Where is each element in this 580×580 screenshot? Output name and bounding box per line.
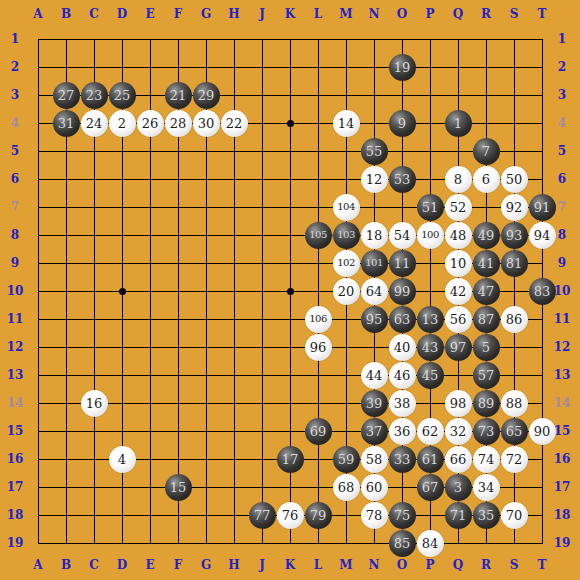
col-label-top-S: S: [510, 7, 519, 21]
row-label-right-7: 7: [558, 200, 566, 214]
row-label-right-15: 15: [554, 424, 571, 438]
row-label-right-13: 13: [554, 368, 571, 382]
row-label-left-3: 3: [11, 88, 19, 102]
row-label-left-17: 17: [7, 480, 24, 494]
col-label-top-L: L: [314, 7, 322, 21]
row-label-left-19: 19: [7, 536, 24, 550]
col-label-top-N: N: [369, 7, 380, 21]
stone-R16-move-74: 74: [473, 446, 500, 473]
stone-M8-move-103: 103: [333, 222, 360, 249]
stone-O12-move-40: 40: [389, 334, 416, 361]
stone-N13-move-44: 44: [361, 362, 388, 389]
row-label-right-1: 1: [558, 32, 566, 46]
row-label-left-9: 9: [11, 256, 19, 270]
col-label-top-G: G: [201, 7, 211, 21]
row-label-right-2: 2: [558, 60, 566, 74]
stone-N5-move-55: 55: [361, 138, 388, 165]
stone-O2-move-19: 19: [389, 54, 416, 81]
stone-Q16-move-66: 66: [445, 446, 472, 473]
stone-Q6-move-8: 8: [445, 166, 472, 193]
row-label-right-8: 8: [558, 228, 566, 242]
col-label-bottom-H: H: [228, 558, 239, 572]
stone-G3-move-29: 29: [193, 82, 220, 109]
row-label-left-12: 12: [7, 340, 24, 354]
row-label-right-11: 11: [554, 312, 571, 326]
stone-M16-move-59: 59: [333, 446, 360, 473]
stone-R12-move-5: 5: [473, 334, 500, 361]
stone-M17-move-68: 68: [333, 474, 360, 501]
stone-O4-move-9: 9: [389, 110, 416, 137]
stone-O6-move-53: 53: [389, 166, 416, 193]
stone-P13-move-45: 45: [417, 362, 444, 389]
stone-Q12-move-97: 97: [445, 334, 472, 361]
stone-T8-move-94: 94: [529, 222, 556, 249]
stone-T10-move-83: 83: [529, 278, 556, 305]
stone-N16-move-58: 58: [361, 446, 388, 473]
row-label-left-5: 5: [11, 144, 19, 158]
col-label-bottom-C: C: [89, 558, 99, 572]
col-label-top-T: T: [538, 7, 547, 21]
stone-R13-move-57: 57: [473, 362, 500, 389]
row-label-right-6: 6: [558, 172, 566, 186]
row-label-left-4: 4: [11, 116, 19, 130]
col-label-bottom-J: J: [259, 558, 265, 572]
stone-S15-move-65: 65: [501, 418, 528, 445]
star-point-K10: [287, 288, 294, 295]
stone-N17-move-60: 60: [361, 474, 388, 501]
col-label-top-R: R: [481, 7, 491, 21]
col-label-bottom-D: D: [117, 558, 127, 572]
stone-L15-move-69: 69: [305, 418, 332, 445]
stone-O10-move-99: 99: [389, 278, 416, 305]
col-label-bottom-N: N: [369, 558, 380, 572]
stone-P11-move-13: 13: [417, 306, 444, 333]
stone-P19-move-84: 84: [417, 530, 444, 557]
stone-O9-move-11: 11: [389, 250, 416, 277]
row-label-left-10: 10: [7, 284, 24, 298]
col-label-bottom-A: A: [33, 558, 42, 572]
stone-S7-move-92: 92: [501, 194, 528, 221]
row-label-left-1: 1: [11, 32, 19, 46]
col-label-bottom-R: R: [481, 558, 491, 572]
row-label-left-6: 6: [11, 172, 19, 186]
stone-L12-move-96: 96: [305, 334, 332, 361]
row-label-right-10: 10: [554, 284, 571, 298]
stone-T15-move-90: 90: [529, 418, 556, 445]
stone-P17-move-67: 67: [417, 474, 444, 501]
stone-P8-move-100: 100: [417, 222, 444, 249]
row-label-left-11: 11: [7, 312, 24, 326]
col-label-bottom-F: F: [174, 558, 183, 572]
col-label-bottom-B: B: [61, 558, 71, 572]
stone-M10-move-20: 20: [333, 278, 360, 305]
stone-S8-move-93: 93: [501, 222, 528, 249]
row-label-left-15: 15: [7, 424, 24, 438]
stone-R9-move-41: 41: [473, 250, 500, 277]
col-label-top-J: J: [259, 7, 265, 21]
stone-P16-move-61: 61: [417, 446, 444, 473]
col-label-top-A: A: [33, 7, 42, 21]
stone-Q7-move-52: 52: [445, 194, 472, 221]
stone-R11-move-87: 87: [473, 306, 500, 333]
row-label-right-4: 4: [558, 116, 566, 130]
row-label-left-13: 13: [7, 368, 24, 382]
col-label-top-Q: Q: [453, 7, 463, 21]
stone-L11-move-106: 106: [305, 306, 332, 333]
stone-D4-move-2: 2: [109, 110, 136, 137]
col-label-bottom-M: M: [339, 558, 352, 572]
stone-S16-move-72: 72: [501, 446, 528, 473]
stone-K18-move-76: 76: [277, 502, 304, 529]
star-point-K4: [287, 120, 294, 127]
stone-Q8-move-48: 48: [445, 222, 472, 249]
stone-B4-move-31: 31: [53, 110, 80, 137]
stone-O8-move-54: 54: [389, 222, 416, 249]
stone-Q15-move-32: 32: [445, 418, 472, 445]
row-label-left-7: 7: [11, 200, 19, 214]
stone-N6-move-12: 12: [361, 166, 388, 193]
stone-C3-move-23: 23: [81, 82, 108, 109]
stone-C4-move-24: 24: [81, 110, 108, 137]
stone-O15-move-36: 36: [389, 418, 416, 445]
col-label-top-O: O: [397, 7, 407, 21]
stone-R14-move-89: 89: [473, 390, 500, 417]
stone-K16-move-17: 17: [277, 446, 304, 473]
col-label-top-C: C: [89, 7, 99, 21]
row-label-right-14: 14: [554, 396, 571, 410]
stone-R15-move-73: 73: [473, 418, 500, 445]
stone-J18-move-77: 77: [249, 502, 276, 529]
stone-M4-move-14: 14: [333, 110, 360, 137]
stone-G4-move-30: 30: [193, 110, 220, 137]
col-label-top-B: B: [61, 7, 71, 21]
stone-F17-move-15: 15: [165, 474, 192, 501]
stone-Q9-move-10: 10: [445, 250, 472, 277]
row-label-right-3: 3: [558, 88, 566, 102]
star-point-D10: [119, 288, 126, 295]
col-label-top-K: K: [285, 7, 295, 21]
stone-T7-move-91: 91: [529, 194, 556, 221]
stone-L8-move-105: 105: [305, 222, 332, 249]
col-label-bottom-G: G: [201, 558, 211, 572]
stone-O14-move-38: 38: [389, 390, 416, 417]
stone-O16-move-33: 33: [389, 446, 416, 473]
stone-N8-move-18: 18: [361, 222, 388, 249]
stone-R18-move-35: 35: [473, 502, 500, 529]
stone-R6-move-6: 6: [473, 166, 500, 193]
row-label-left-16: 16: [7, 452, 24, 466]
col-label-bottom-Q: Q: [453, 558, 463, 572]
go-board[interactable]: 1234567891011121314151617181920212223242…: [24, 25, 556, 557]
row-label-right-9: 9: [558, 256, 566, 270]
stone-O18-move-75: 75: [389, 502, 416, 529]
stone-O11-move-63: 63: [389, 306, 416, 333]
stone-P12-move-43: 43: [417, 334, 444, 361]
stone-Q11-move-56: 56: [445, 306, 472, 333]
stone-F4-move-28: 28: [165, 110, 192, 137]
row-label-left-8: 8: [11, 228, 19, 242]
stone-R8-move-49: 49: [473, 222, 500, 249]
stone-C14-move-16: 16: [81, 390, 108, 417]
row-label-right-19: 19: [554, 536, 571, 550]
stone-B3-move-27: 27: [53, 82, 80, 109]
row-label-left-18: 18: [7, 508, 24, 522]
stone-N11-move-95: 95: [361, 306, 388, 333]
stone-Q17-move-3: 3: [445, 474, 472, 501]
stone-Q18-move-71: 71: [445, 502, 472, 529]
stone-Q4-move-1: 1: [445, 110, 472, 137]
row-label-right-5: 5: [558, 144, 566, 158]
row-label-right-18: 18: [554, 508, 571, 522]
stone-O19-move-85: 85: [389, 530, 416, 557]
row-label-right-17: 17: [554, 480, 571, 494]
stone-L18-move-79: 79: [305, 502, 332, 529]
stone-S14-move-88: 88: [501, 390, 528, 417]
stone-S6-move-50: 50: [501, 166, 528, 193]
col-label-bottom-L: L: [314, 558, 322, 572]
stone-N10-move-64: 64: [361, 278, 388, 305]
stone-P7-move-51: 51: [417, 194, 444, 221]
col-label-top-E: E: [145, 7, 154, 21]
stone-M7-move-104: 104: [333, 194, 360, 221]
row-label-right-12: 12: [554, 340, 571, 354]
stone-S18-move-70: 70: [501, 502, 528, 529]
col-label-bottom-K: K: [285, 558, 295, 572]
stone-N18-move-78: 78: [361, 502, 388, 529]
stone-D3-move-25: 25: [109, 82, 136, 109]
col-label-bottom-O: O: [397, 558, 407, 572]
stone-F3-move-21: 21: [165, 82, 192, 109]
col-label-top-F: F: [174, 7, 183, 21]
col-label-bottom-T: T: [538, 558, 547, 572]
stone-O13-move-46: 46: [389, 362, 416, 389]
go-board-screen: 1234567891011121314151617181920212223242…: [0, 0, 580, 580]
stone-R10-move-47: 47: [473, 278, 500, 305]
stone-D16-move-4: 4: [109, 446, 136, 473]
stone-Q14-move-98: 98: [445, 390, 472, 417]
col-label-top-D: D: [117, 7, 127, 21]
col-label-top-M: M: [339, 7, 352, 21]
stone-R17-move-34: 34: [473, 474, 500, 501]
stone-N9-move-101: 101: [361, 250, 388, 277]
stone-Q10-move-42: 42: [445, 278, 472, 305]
stone-H4-move-22: 22: [221, 110, 248, 137]
col-label-top-H: H: [228, 7, 239, 21]
stone-M9-move-102: 102: [333, 250, 360, 277]
stone-R5-move-7: 7: [473, 138, 500, 165]
stone-N15-move-37: 37: [361, 418, 388, 445]
col-label-bottom-S: S: [510, 558, 519, 572]
col-label-bottom-P: P: [425, 558, 434, 572]
stone-S11-move-86: 86: [501, 306, 528, 333]
row-label-right-16: 16: [554, 452, 571, 466]
stone-N14-move-39: 39: [361, 390, 388, 417]
col-label-bottom-E: E: [145, 558, 154, 572]
row-label-left-2: 2: [11, 60, 19, 74]
row-label-left-14: 14: [7, 396, 24, 410]
stone-P15-move-62: 62: [417, 418, 444, 445]
stone-S9-move-81: 81: [501, 250, 528, 277]
col-label-top-P: P: [425, 7, 434, 21]
stone-E4-move-26: 26: [137, 110, 164, 137]
